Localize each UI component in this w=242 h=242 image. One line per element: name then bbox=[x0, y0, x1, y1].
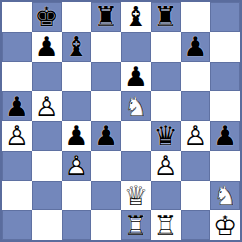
square-a7[interactable] bbox=[2, 32, 32, 62]
square-e7[interactable] bbox=[121, 32, 151, 62]
piece-black-pawn: ♟ bbox=[210, 121, 240, 151]
piece-white-pawn: ♟♙ bbox=[181, 121, 211, 151]
square-c3[interactable]: ♟♙ bbox=[62, 151, 92, 181]
square-h8[interactable] bbox=[210, 2, 240, 32]
black-pawn-icon: ♟ bbox=[2, 91, 32, 121]
square-g1[interactable] bbox=[181, 210, 211, 240]
square-f2[interactable] bbox=[151, 181, 181, 211]
white-rook-icon: ♖ bbox=[151, 210, 181, 240]
white-king-fill-icon: ♚ bbox=[210, 210, 240, 240]
square-a5[interactable]: ♟ bbox=[2, 91, 32, 121]
square-a1[interactable] bbox=[2, 210, 32, 240]
black-pawn-icon: ♟ bbox=[32, 32, 62, 62]
piece-black-bishop: ♝ bbox=[62, 32, 92, 62]
square-e2[interactable]: ♛♕ bbox=[121, 181, 151, 211]
white-queen-icon: ♕ bbox=[121, 181, 151, 211]
square-b8[interactable]: ♚ bbox=[32, 2, 62, 32]
black-bishop-icon: ♝ bbox=[121, 2, 151, 32]
square-h7[interactable] bbox=[210, 32, 240, 62]
black-pawn-icon: ♟ bbox=[121, 62, 151, 92]
white-pawn-icon: ♙ bbox=[32, 91, 62, 121]
square-b4[interactable] bbox=[32, 121, 62, 151]
square-f4[interactable]: ♛ bbox=[151, 121, 181, 151]
square-b1[interactable] bbox=[32, 210, 62, 240]
white-knight-fill-icon: ♞ bbox=[121, 91, 151, 121]
white-pawn-fill-icon: ♟ bbox=[62, 151, 92, 181]
piece-white-knight: ♞♘ bbox=[210, 181, 240, 211]
square-g8[interactable] bbox=[181, 2, 211, 32]
square-d8[interactable]: ♜ bbox=[91, 2, 121, 32]
square-b5[interactable]: ♟♙ bbox=[32, 91, 62, 121]
square-f3[interactable]: ♟♙ bbox=[151, 151, 181, 181]
piece-black-king: ♚ bbox=[32, 2, 62, 32]
square-f5[interactable] bbox=[151, 91, 181, 121]
square-e5[interactable]: ♞♘ bbox=[121, 91, 151, 121]
square-g7[interactable]: ♟ bbox=[181, 32, 211, 62]
square-c4[interactable]: ♟ bbox=[62, 121, 92, 151]
black-pawn-icon: ♟ bbox=[181, 32, 211, 62]
square-d6[interactable] bbox=[91, 62, 121, 92]
square-h4[interactable]: ♟ bbox=[210, 121, 240, 151]
black-rook-icon: ♜ bbox=[91, 2, 121, 32]
piece-black-pawn: ♟ bbox=[32, 32, 62, 62]
square-c5[interactable] bbox=[62, 91, 92, 121]
square-f8[interactable]: ♜ bbox=[151, 2, 181, 32]
white-pawn-fill-icon: ♟ bbox=[32, 91, 62, 121]
piece-black-pawn: ♟ bbox=[121, 62, 151, 92]
piece-black-pawn: ♟ bbox=[91, 121, 121, 151]
black-rook-icon: ♜ bbox=[151, 2, 181, 32]
square-g5[interactable] bbox=[181, 91, 211, 121]
black-king-icon: ♚ bbox=[32, 2, 62, 32]
square-c2[interactable] bbox=[62, 181, 92, 211]
white-pawn-icon: ♙ bbox=[151, 151, 181, 181]
white-pawn-fill-icon: ♟ bbox=[2, 121, 32, 151]
square-d5[interactable] bbox=[91, 91, 121, 121]
square-e4[interactable] bbox=[121, 121, 151, 151]
white-pawn-fill-icon: ♟ bbox=[151, 151, 181, 181]
square-c7[interactable]: ♝ bbox=[62, 32, 92, 62]
square-a8[interactable] bbox=[2, 2, 32, 32]
white-knight-icon: ♘ bbox=[210, 181, 240, 211]
square-d2[interactable] bbox=[91, 181, 121, 211]
square-g2[interactable] bbox=[181, 181, 211, 211]
square-g6[interactable] bbox=[181, 62, 211, 92]
square-e1[interactable]: ♜♖ bbox=[121, 210, 151, 240]
black-pawn-icon: ♟ bbox=[62, 121, 92, 151]
white-pawn-icon: ♙ bbox=[181, 121, 211, 151]
black-queen-icon: ♛ bbox=[151, 121, 181, 151]
white-king-icon: ♔ bbox=[210, 210, 240, 240]
piece-black-pawn: ♟ bbox=[2, 91, 32, 121]
square-a4[interactable]: ♟♙ bbox=[2, 121, 32, 151]
square-b3[interactable] bbox=[32, 151, 62, 181]
square-e6[interactable]: ♟ bbox=[121, 62, 151, 92]
square-d4[interactable]: ♟ bbox=[91, 121, 121, 151]
square-d7[interactable] bbox=[91, 32, 121, 62]
white-knight-icon: ♘ bbox=[121, 91, 151, 121]
white-rook-icon: ♖ bbox=[121, 210, 151, 240]
square-h2[interactable]: ♞♘ bbox=[210, 181, 240, 211]
piece-white-knight: ♞♘ bbox=[121, 91, 151, 121]
square-a3[interactable] bbox=[2, 151, 32, 181]
black-pawn-icon: ♟ bbox=[91, 121, 121, 151]
white-pawn-icon: ♙ bbox=[2, 121, 32, 151]
piece-white-rook: ♜♖ bbox=[151, 210, 181, 240]
square-b2[interactable] bbox=[32, 181, 62, 211]
piece-white-pawn: ♟♙ bbox=[151, 151, 181, 181]
black-bishop-icon: ♝ bbox=[62, 32, 92, 62]
square-h3[interactable] bbox=[210, 151, 240, 181]
chess-board: ♚♜♝♜♟♝♟♟♟♟♙♞♘♟♙♟♟♛♟♙♟♟♙♟♙♛♕♞♘♜♖♜♖♚♔ bbox=[0, 0, 242, 242]
white-rook-fill-icon: ♜ bbox=[121, 210, 151, 240]
square-c6[interactable] bbox=[62, 62, 92, 92]
square-d3[interactable] bbox=[91, 151, 121, 181]
square-g3[interactable] bbox=[181, 151, 211, 181]
square-c1[interactable] bbox=[62, 210, 92, 240]
piece-black-pawn: ♟ bbox=[62, 121, 92, 151]
square-d1[interactable] bbox=[91, 210, 121, 240]
square-h1[interactable]: ♚♔ bbox=[210, 210, 240, 240]
piece-black-pawn: ♟ bbox=[181, 32, 211, 62]
square-e3[interactable] bbox=[121, 151, 151, 181]
square-f7[interactable] bbox=[151, 32, 181, 62]
white-pawn-icon: ♙ bbox=[62, 151, 92, 181]
square-f1[interactable]: ♜♖ bbox=[151, 210, 181, 240]
piece-white-pawn: ♟♙ bbox=[32, 91, 62, 121]
piece-white-rook: ♜♖ bbox=[121, 210, 151, 240]
piece-black-bishop: ♝ bbox=[121, 2, 151, 32]
black-pawn-icon: ♟ bbox=[210, 121, 240, 151]
square-b7[interactable]: ♟ bbox=[32, 32, 62, 62]
square-f6[interactable] bbox=[151, 62, 181, 92]
piece-white-pawn: ♟♙ bbox=[62, 151, 92, 181]
square-h5[interactable] bbox=[210, 91, 240, 121]
piece-black-rook: ♜ bbox=[91, 2, 121, 32]
square-e8[interactable]: ♝ bbox=[121, 2, 151, 32]
white-pawn-fill-icon: ♟ bbox=[181, 121, 211, 151]
piece-black-queen: ♛ bbox=[151, 121, 181, 151]
white-queen-fill-icon: ♛ bbox=[121, 181, 151, 211]
square-a6[interactable] bbox=[2, 62, 32, 92]
white-knight-fill-icon: ♞ bbox=[210, 181, 240, 211]
square-h6[interactable] bbox=[210, 62, 240, 92]
piece-black-rook: ♜ bbox=[151, 2, 181, 32]
piece-white-pawn: ♟♙ bbox=[2, 121, 32, 151]
square-c8[interactable] bbox=[62, 2, 92, 32]
square-a2[interactable] bbox=[2, 181, 32, 211]
square-g4[interactable]: ♟♙ bbox=[181, 121, 211, 151]
white-rook-fill-icon: ♜ bbox=[151, 210, 181, 240]
square-b6[interactable] bbox=[32, 62, 62, 92]
piece-white-queen: ♛♕ bbox=[121, 181, 151, 211]
piece-white-king: ♚♔ bbox=[210, 210, 240, 240]
